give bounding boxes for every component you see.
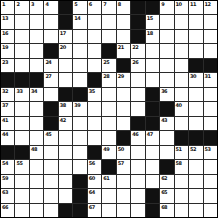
cell-r10c5[interactable] [59,131,72,144]
clue-number-26: 26 [132,59,138,65]
cell-r8c6[interactable]: 39 [73,102,86,115]
cell-r14c13[interactable] [175,189,188,202]
cell-r4c3[interactable] [30,44,43,57]
cell-r14c3[interactable] [30,189,43,202]
clue-number-9: 9 [161,1,164,7]
cell-r13c3[interactable] [30,175,43,188]
black-cell-r6c7 [88,73,101,86]
cell-r9c14[interactable] [189,117,202,130]
clue-number-64: 64 [89,189,95,195]
cell-r4c15[interactable] [204,44,217,57]
clue-number-59: 59 [2,175,8,181]
cell-r4c5[interactable]: 20 [59,44,72,57]
cell-r14c7[interactable]: 64 [88,189,101,202]
clue-number-37: 37 [2,102,8,108]
cell-r15c7[interactable]: 67 [88,204,101,217]
cell-r7c8[interactable] [102,88,115,101]
clue-number-44: 44 [2,131,8,137]
cell-r11c5[interactable] [59,146,72,159]
clue-number-57: 57 [118,160,124,166]
cell-r1c3[interactable]: 3 [30,1,43,14]
cell-r4c10[interactable]: 22 [131,44,144,57]
cell-r5c11[interactable] [146,59,159,72]
black-cell-r7c6 [73,88,86,101]
cell-r13c13[interactable] [175,175,188,188]
black-cell-r9c10 [131,117,144,130]
black-cell-r12c12 [160,160,173,173]
cell-r10c3[interactable] [30,131,43,144]
clue-number-43: 43 [161,117,167,123]
black-cell-r6c3 [30,73,43,86]
cell-r3c7[interactable] [88,30,101,43]
clue-number-48: 48 [31,146,37,152]
clue-number-58: 58 [176,160,182,166]
cell-r15c12[interactable]: 68 [160,204,173,217]
cell-r5c2[interactable] [15,59,28,72]
cell-r11c3[interactable]: 48 [30,146,43,159]
cell-r3c3[interactable] [30,30,43,43]
cell-r15c14[interactable] [189,204,202,217]
cell-r5c3[interactable] [30,59,43,72]
cell-r2c2[interactable] [15,15,28,28]
cell-r9c5[interactable]: 42 [59,117,72,130]
cell-r1c1[interactable]: 1 [1,1,14,14]
cell-r12c14[interactable] [189,160,202,173]
black-cell-r14c11 [146,189,159,202]
cell-r12c7[interactable]: 56 [88,160,101,173]
cell-r3c1[interactable]: 16 [1,30,14,43]
black-cell-r12c8 [102,160,115,173]
cell-r11c10[interactable] [131,146,144,159]
cell-r9c2[interactable] [15,117,28,130]
cell-r12c9[interactable]: 57 [117,160,130,173]
cell-r14c15[interactable] [204,189,217,202]
clue-number-33: 33 [16,88,22,94]
cell-r2c4[interactable] [44,15,57,28]
cell-r14c1[interactable]: 63 [1,189,14,202]
cell-r1c4[interactable]: 4 [44,1,57,14]
cell-r5c13[interactable] [175,59,188,72]
clue-number-51: 51 [176,146,182,152]
black-cell-r1c5 [59,1,72,14]
cell-r4c1[interactable]: 19 [1,44,14,57]
clue-number-45: 45 [45,131,51,137]
cell-r8c3[interactable] [30,102,43,115]
black-cell-r2c10 [131,15,144,28]
cell-r5c1[interactable]: 23 [1,59,14,72]
clue-number-46: 46 [132,131,138,137]
cell-r10c2[interactable] [15,131,28,144]
clue-number-67: 67 [89,204,95,210]
cell-r5c5[interactable] [59,59,72,72]
cell-r6c5[interactable] [59,73,72,86]
black-cell-r15c5 [59,204,72,217]
cell-r12c15[interactable] [204,160,217,173]
cell-r11c15[interactable]: 53 [204,146,217,159]
cell-r11c9[interactable]: 50 [117,146,130,159]
cell-r3c13[interactable] [175,30,188,43]
black-cell-r5c9 [117,59,130,72]
cell-r10c11[interactable]: 47 [146,131,159,144]
cell-r4c7[interactable] [88,44,101,57]
cell-r15c15[interactable] [204,204,217,217]
cell-r4c2[interactable] [15,44,28,57]
clue-number-62: 62 [161,175,167,181]
cell-r7c2[interactable]: 33 [15,88,28,101]
black-cell-r8c11 [146,102,159,115]
cell-r15c8[interactable] [102,204,115,217]
cell-r1c14[interactable]: 11 [189,1,202,14]
black-cell-r11c2 [15,146,28,159]
cell-r4c11[interactable] [146,44,159,57]
clue-number-7: 7 [103,1,106,7]
cell-r6c12[interactable] [160,73,173,86]
clue-number-36: 36 [161,88,167,94]
clue-number-8: 8 [118,1,121,7]
black-cell-r9c11 [146,117,159,130]
clue-number-65: 65 [161,189,167,195]
clue-number-66: 66 [2,204,8,210]
cell-r2c9[interactable] [117,15,130,28]
cell-r14c14[interactable] [189,189,202,202]
clue-number-49: 49 [103,146,109,152]
clue-number-60: 60 [89,175,95,181]
cell-r9c3[interactable] [30,117,43,130]
cell-r14c2[interactable] [15,189,28,202]
cell-r1c6[interactable]: 5 [73,1,86,14]
cell-r12c11[interactable] [146,160,159,173]
black-cell-r1c10 [131,1,144,14]
cell-r9c6[interactable] [73,117,86,130]
crossword-grid: 1234567891011121314151617181920212223242… [0,0,218,218]
cell-r1c15[interactable]: 12 [204,1,217,14]
cell-r12c6[interactable] [73,160,86,173]
cell-r7c4[interactable] [44,88,57,101]
cell-r9c13[interactable] [175,117,188,130]
clue-number-1: 1 [2,1,5,7]
cell-r7c13[interactable] [175,88,188,101]
clue-number-17: 17 [60,30,66,36]
cell-r5c12[interactable] [160,59,173,72]
cell-r14c4[interactable] [44,189,57,202]
clue-number-50: 50 [118,146,124,152]
clue-number-30: 30 [190,73,196,79]
cell-r7c3[interactable]: 34 [30,88,43,101]
cell-r2c12[interactable] [160,15,173,28]
cell-r10c8[interactable] [102,131,115,144]
cell-r2c14[interactable] [189,15,202,28]
cell-r8c8[interactable] [102,102,115,115]
cell-r15c4[interactable] [44,204,57,217]
cell-r9c9[interactable] [117,117,130,130]
clue-number-19: 19 [2,44,8,50]
clue-number-21: 21 [118,44,124,50]
cell-r2c15[interactable] [204,15,217,28]
clue-number-34: 34 [31,88,37,94]
black-cell-r10c9 [117,131,130,144]
cell-r3c15[interactable] [204,30,217,43]
cell-r8c14[interactable] [189,102,202,115]
clue-number-22: 22 [132,44,138,50]
cell-r11c13[interactable]: 51 [175,146,188,159]
cell-r11c12[interactable] [160,146,173,159]
cell-r10c7[interactable] [88,131,101,144]
cell-r8c5[interactable]: 38 [59,102,72,115]
black-cell-r15c6 [73,204,86,217]
cell-r10c4[interactable]: 45 [44,131,57,144]
cell-r13c5[interactable] [59,175,72,188]
cell-r15c2[interactable] [15,204,28,217]
clue-number-47: 47 [147,131,153,137]
cell-r1c12[interactable]: 9 [160,1,173,14]
cell-r8c2[interactable] [15,102,28,115]
cell-r15c3[interactable] [30,204,43,217]
cell-r11c6[interactable] [73,146,86,159]
cell-r1c7[interactable]: 6 [88,1,101,14]
cell-r5c7[interactable] [88,59,101,72]
cell-r9c15[interactable] [204,117,217,130]
cell-r11c4[interactable] [44,146,57,159]
cell-r3c2[interactable] [15,30,28,43]
cell-r13c12[interactable]: 62 [160,175,173,188]
cell-r1c13[interactable]: 10 [175,1,188,14]
clue-number-3: 3 [31,1,34,7]
clue-number-56: 56 [89,160,95,166]
cell-r12c13[interactable]: 58 [175,160,188,173]
cell-r3c4[interactable] [44,30,57,43]
cell-r7c14[interactable] [189,88,202,101]
black-cell-r14c6 [73,189,86,202]
clue-number-42: 42 [60,117,66,123]
black-cell-r3c10 [131,30,144,43]
clue-number-29: 29 [118,73,124,79]
cell-r8c15[interactable] [204,102,217,115]
cell-r9c1[interactable]: 41 [1,117,14,130]
cell-r3c6[interactable] [73,30,86,43]
cell-r7c12[interactable]: 36 [160,88,173,101]
clue-number-53: 53 [205,146,211,152]
cell-r3c8[interactable] [102,30,115,43]
cell-r4c12[interactable] [160,44,173,57]
cell-r6c10[interactable] [131,73,144,86]
cell-r4c6[interactable] [73,44,86,57]
cell-r4c9[interactable]: 21 [117,44,130,57]
cell-r7c15[interactable] [204,88,217,101]
cell-r6c13[interactable] [175,73,188,86]
black-cell-r15c11 [146,204,159,217]
black-cell-r4c8 [102,44,115,57]
cell-r14c12[interactable]: 65 [160,189,173,202]
cell-r5c6[interactable] [73,59,86,72]
black-cell-r2c5 [59,15,72,28]
cell-r2c6[interactable]: 14 [73,15,86,28]
cell-r13c4[interactable] [44,175,57,188]
clue-number-54: 54 [2,160,8,166]
cell-r12c4[interactable] [44,160,57,173]
clue-number-28: 28 [103,73,109,79]
cell-r1c9[interactable]: 8 [117,1,130,14]
cell-r2c1[interactable]: 13 [1,15,14,28]
clue-number-6: 6 [89,1,92,7]
clue-number-14: 14 [74,15,80,21]
cell-r6c11[interactable] [146,73,159,86]
cell-r10c10[interactable]: 46 [131,131,144,144]
clue-number-10: 10 [176,1,182,7]
clue-number-39: 39 [74,102,80,108]
clue-number-4: 4 [45,1,48,7]
black-cell-r10c14 [189,131,202,144]
cell-r5c8[interactable]: 25 [102,59,115,72]
clue-number-25: 25 [103,59,109,65]
cell-r3c14[interactable] [189,30,202,43]
black-cell-r6c2 [15,73,28,86]
cell-r11c11[interactable] [146,146,159,159]
cell-r15c13[interactable] [175,204,188,217]
clue-number-24: 24 [45,59,51,65]
cell-r14c9[interactable] [117,189,130,202]
clue-number-27: 27 [45,73,51,79]
clue-number-61: 61 [103,175,109,181]
cell-r1c2[interactable]: 2 [15,1,28,14]
cell-r8c9[interactable] [117,102,130,115]
cell-r3c5[interactable]: 17 [59,30,72,43]
cell-r5c10[interactable]: 26 [131,59,144,72]
cell-r1c8[interactable]: 7 [102,1,115,14]
cell-r15c10[interactable] [131,204,144,217]
black-cell-r7c5 [59,88,72,101]
black-cell-r5c15 [204,59,217,72]
clue-number-23: 23 [2,59,8,65]
cell-r12c1[interactable]: 54 [1,160,14,173]
cell-r5c4[interactable]: 24 [44,59,57,72]
clue-number-5: 5 [74,1,77,7]
clue-number-18: 18 [147,30,153,36]
black-cell-r9c4 [44,117,57,130]
cell-r13c9[interactable] [117,175,130,188]
cell-r10c6[interactable] [73,131,86,144]
clue-number-20: 20 [60,44,66,50]
cell-r2c3[interactable] [30,15,43,28]
cell-r7c7[interactable]: 35 [88,88,101,101]
black-cell-r7c11 [146,88,159,101]
cell-r3c9[interactable] [117,30,130,43]
cell-r10c1[interactable]: 44 [1,131,14,144]
cell-r14c8[interactable] [102,189,115,202]
black-cell-r10c13 [175,131,188,144]
cell-r8c13[interactable]: 40 [175,102,188,115]
clue-number-31: 31 [205,73,211,79]
cell-r13c7[interactable]: 60 [88,175,101,188]
cell-r13c14[interactable] [189,175,202,188]
cell-r6c4[interactable]: 27 [44,73,57,86]
black-cell-r8c12 [160,102,173,115]
cell-r13c15[interactable] [204,175,217,188]
clue-number-63: 63 [2,189,8,195]
cell-r3c12[interactable] [160,30,173,43]
clue-number-68: 68 [161,204,167,210]
cell-r3c11[interactable]: 18 [146,30,159,43]
clue-number-52: 52 [190,146,196,152]
cell-r6c14[interactable]: 30 [189,73,202,86]
cell-r14c5[interactable] [59,189,72,202]
black-cell-r6c1 [1,73,14,86]
black-cell-r5c14 [189,59,202,72]
cell-r11c8[interactable]: 49 [102,146,115,159]
cell-r15c9[interactable] [117,204,130,217]
clue-number-32: 32 [2,88,8,94]
cell-r6c6[interactable] [73,73,86,86]
cell-r8c10[interactable] [131,102,144,115]
cell-r13c10[interactable] [131,175,144,188]
cell-r13c11[interactable] [146,175,159,188]
clue-number-2: 2 [16,1,19,7]
cell-r13c8[interactable]: 61 [102,175,115,188]
cell-r12c3[interactable] [30,160,43,173]
clue-number-35: 35 [89,88,95,94]
black-cell-r1c11 [146,1,159,14]
cell-r9c12[interactable]: 43 [160,117,173,130]
black-cell-r13c6 [73,175,86,188]
clue-number-38: 38 [60,102,66,108]
clue-number-12: 12 [205,1,211,7]
cell-r8c7[interactable] [88,102,101,115]
cell-r6c15[interactable]: 31 [204,73,217,86]
black-cell-r11c7 [88,146,101,159]
cell-r2c11[interactable]: 15 [146,15,159,28]
cell-r2c8[interactable] [102,15,115,28]
cell-r13c1[interactable]: 59 [1,175,14,188]
cell-r7c9[interactable] [117,88,130,101]
cell-r12c5[interactable] [59,160,72,173]
cell-r14c10[interactable] [131,189,144,202]
black-cell-r8c4 [44,102,57,115]
cell-r6c9[interactable]: 29 [117,73,130,86]
cell-r10c12[interactable] [160,131,173,144]
cell-r4c14[interactable] [189,44,202,57]
cell-r6c8[interactable]: 28 [102,73,115,86]
cell-r8c1[interactable]: 37 [1,102,14,115]
black-cell-r10c15 [204,131,217,144]
cell-r12c2[interactable]: 55 [15,160,28,173]
cell-r7c1[interactable]: 32 [1,88,14,101]
clue-number-11: 11 [190,1,196,7]
clue-number-40: 40 [176,102,182,108]
cell-r7c10[interactable] [131,88,144,101]
clue-number-55: 55 [16,160,22,166]
black-cell-r11c1 [1,146,14,159]
cell-r9c7[interactable] [88,117,101,130]
cell-r12c10[interactable] [131,160,144,173]
clue-number-13: 13 [2,15,8,21]
clue-number-16: 16 [2,30,8,36]
cell-r15c1[interactable]: 66 [1,204,14,217]
cell-r9c8[interactable] [102,117,115,130]
cell-r4c13[interactable] [175,44,188,57]
cell-r11c14[interactable]: 52 [189,146,202,159]
cell-r2c7[interactable] [88,15,101,28]
black-cell-r4c4 [44,44,57,57]
cell-r2c13[interactable] [175,15,188,28]
clue-number-41: 41 [2,117,8,123]
cell-r13c2[interactable] [15,175,28,188]
clue-number-15: 15 [147,15,153,21]
